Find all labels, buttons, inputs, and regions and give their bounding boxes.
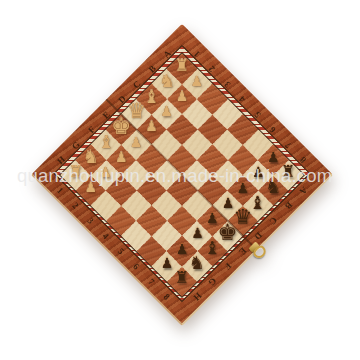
piece-black-pawn-a7[interactable]: ♟ bbox=[267, 150, 280, 164]
piece-white-pawn-f2[interactable]: ♟ bbox=[115, 150, 128, 164]
piece-black-knight-g8[interactable]: ♞ bbox=[189, 254, 205, 272]
chess-set-photo: 11AA22BB33CC44DD55EE66FF77GG88HH ♜♞♝♛♚♝♞… bbox=[0, 0, 360, 360]
piece-white-pawn-e2[interactable]: ♟ bbox=[130, 135, 143, 149]
piece-black-bishop-f8[interactable]: ♝ bbox=[204, 239, 220, 257]
piece-white-pawn-d2[interactable]: ♟ bbox=[145, 120, 158, 134]
piece-white-pawn-c2[interactable]: ♟ bbox=[161, 104, 174, 118]
piece-black-rook-h8[interactable]: ♜ bbox=[175, 271, 189, 287]
watermark-text: quanzhoujupin.en.made-in-china.com bbox=[17, 165, 357, 187]
piece-black-pawn-h7[interactable]: ♟ bbox=[161, 256, 174, 270]
piece-white-pawn-a2[interactable]: ♟ bbox=[191, 74, 204, 88]
piece-white-bishop-f1[interactable]: ♝ bbox=[98, 133, 114, 151]
piece-black-king-e8[interactable]: ♚ bbox=[218, 222, 238, 244]
piece-white-knight-b1[interactable]: ♞ bbox=[159, 72, 175, 90]
piece-white-rook-a1[interactable]: ♜ bbox=[175, 58, 189, 74]
piece-black-pawn-g7[interactable]: ♟ bbox=[176, 241, 189, 255]
piece-white-knight-g1[interactable]: ♞ bbox=[83, 148, 99, 166]
piece-black-pawn-f7[interactable]: ♟ bbox=[191, 226, 204, 240]
piece-black-pawn-e7[interactable]: ♟ bbox=[206, 211, 219, 225]
piece-white-pawn-b2[interactable]: ♟ bbox=[176, 89, 189, 103]
piece-black-pawn-d7[interactable]: ♟ bbox=[221, 196, 234, 210]
